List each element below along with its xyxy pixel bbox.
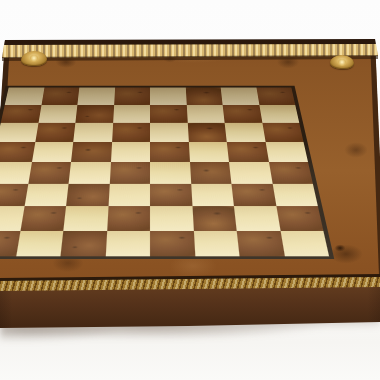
square-b5[interactable] — [32, 142, 74, 162]
square-h5[interactable] — [265, 142, 308, 162]
square-c6[interactable] — [73, 123, 112, 142]
square-h6[interactable] — [262, 123, 304, 142]
square-e7[interactable] — [150, 105, 187, 123]
square-a7[interactable] — [1, 105, 41, 123]
square-a5[interactable] — [0, 142, 35, 162]
square-e1[interactable] — [150, 230, 195, 256]
square-e3[interactable] — [150, 183, 192, 206]
square-g4[interactable] — [229, 162, 272, 183]
square-d5[interactable] — [111, 142, 151, 162]
corner-medallion-right — [330, 55, 354, 70]
square-e5[interactable] — [150, 142, 190, 162]
square-c8[interactable] — [77, 88, 114, 105]
square-d8[interactable] — [114, 88, 150, 105]
chess-grid — [0, 88, 329, 257]
square-g2[interactable] — [234, 206, 280, 230]
square-c4[interactable] — [69, 162, 111, 183]
square-b3[interactable] — [24, 183, 69, 206]
square-c5[interactable] — [71, 142, 112, 162]
square-b8[interactable] — [41, 88, 79, 105]
square-e8[interactable] — [150, 88, 186, 105]
square-g5[interactable] — [227, 142, 269, 162]
square-a4[interactable] — [0, 162, 31, 183]
square-e6[interactable] — [150, 123, 188, 142]
square-f6[interactable] — [187, 123, 226, 142]
square-g6[interactable] — [225, 123, 266, 142]
square-d4[interactable] — [109, 162, 150, 183]
square-f2[interactable] — [192, 206, 237, 230]
square-e2[interactable] — [150, 206, 193, 230]
square-c7[interactable] — [75, 105, 113, 123]
square-f8[interactable] — [185, 88, 222, 105]
square-b2[interactable] — [20, 206, 66, 230]
square-h3[interactable] — [272, 183, 318, 206]
square-c2[interactable] — [63, 206, 108, 230]
square-h1[interactable] — [280, 230, 329, 256]
square-c1[interactable] — [60, 230, 106, 256]
chess-board — [0, 0, 380, 380]
square-b6[interactable] — [35, 123, 76, 142]
product-photo — [0, 0, 380, 380]
playing-area — [0, 86, 334, 259]
square-d6[interactable] — [112, 123, 150, 142]
square-c3[interactable] — [66, 183, 109, 206]
square-g7[interactable] — [223, 105, 262, 123]
square-g1[interactable] — [237, 230, 285, 256]
square-e4[interactable] — [150, 162, 191, 183]
square-f3[interactable] — [191, 183, 234, 206]
square-h4[interactable] — [269, 162, 313, 183]
square-f4[interactable] — [190, 162, 232, 183]
square-d2[interactable] — [107, 206, 150, 230]
corner-medallion-left — [21, 51, 48, 67]
square-a8[interactable] — [5, 88, 44, 105]
square-h2[interactable] — [276, 206, 323, 230]
square-f1[interactable] — [193, 230, 239, 256]
square-b4[interactable] — [28, 162, 71, 183]
square-g3[interactable] — [231, 183, 276, 206]
square-g8[interactable] — [221, 88, 259, 105]
square-d7[interactable] — [113, 105, 150, 123]
square-f5[interactable] — [188, 142, 229, 162]
square-h8[interactable] — [256, 88, 295, 105]
square-h7[interactable] — [259, 105, 299, 123]
square-d3[interactable] — [108, 183, 150, 206]
square-a6[interactable] — [0, 123, 38, 142]
square-b1[interactable] — [16, 230, 64, 256]
square-f7[interactable] — [186, 105, 224, 123]
square-d1[interactable] — [105, 230, 150, 256]
square-b7[interactable] — [38, 105, 77, 123]
